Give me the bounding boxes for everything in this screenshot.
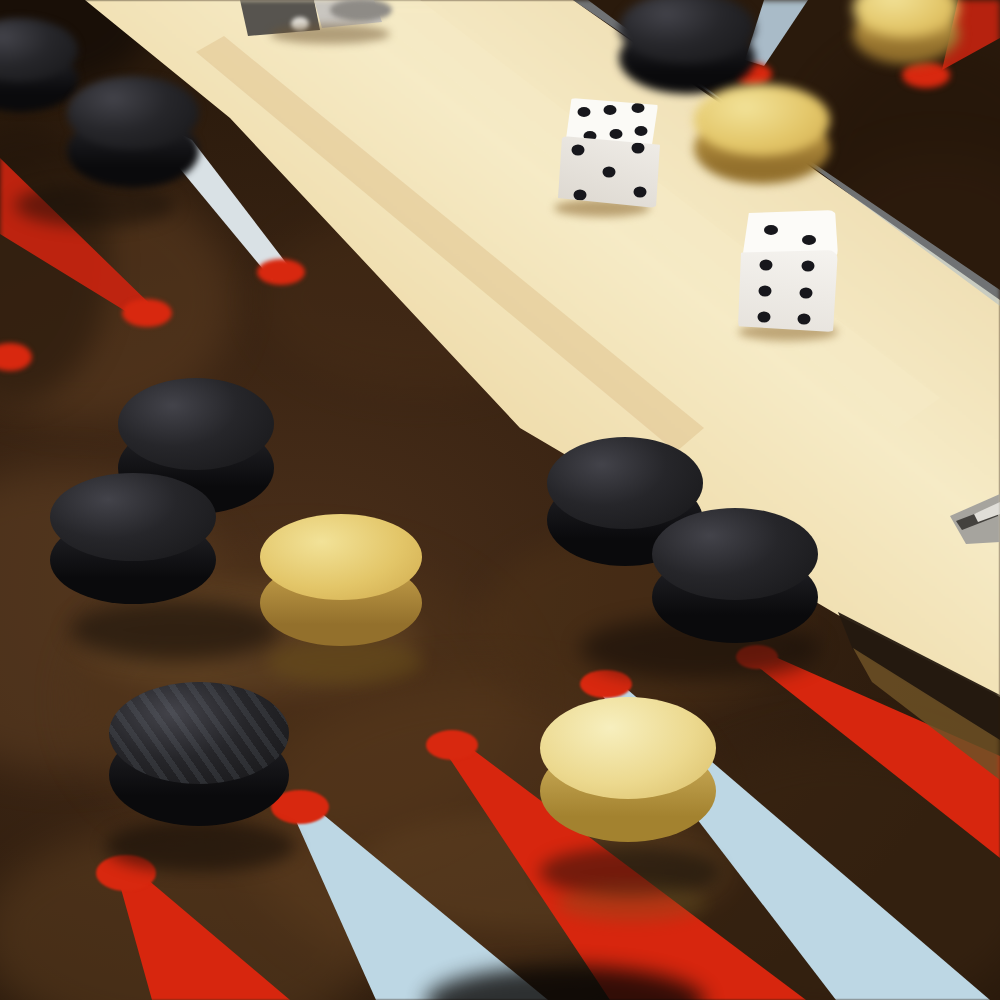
die-pip: [633, 187, 646, 198]
die-pip: [800, 287, 813, 298]
checker-top: [694, 84, 830, 156]
reflection: [267, 640, 423, 684]
checker-top: [118, 378, 274, 470]
die-pip: [759, 286, 772, 297]
point-tip-dot: [580, 670, 632, 698]
yellow-checker[interactable]: [540, 697, 716, 842]
die-pip: [631, 142, 644, 153]
die-pip: [631, 103, 644, 113]
die-pip: [764, 225, 778, 235]
black-checker[interactable]: [50, 473, 216, 604]
die-1-front-face[interactable]: [558, 136, 660, 208]
die-2-front-face[interactable]: [738, 250, 838, 332]
checker-top: [652, 508, 818, 600]
point-tip-dot: [257, 259, 305, 285]
die-pip: [578, 107, 591, 117]
reflection: [557, 885, 707, 921]
reflection: [105, 820, 295, 872]
reflection: [70, 600, 280, 660]
checker-top: [540, 697, 716, 799]
point-tip-dot: [902, 62, 950, 88]
backgammon-board-photo: [0, 0, 1000, 1000]
black-checker[interactable]: [109, 682, 289, 826]
die-pip: [758, 312, 771, 323]
checker-top: [67, 76, 199, 150]
yellow-checker[interactable]: [260, 514, 422, 646]
point-tip-dot: [426, 730, 478, 760]
checker-top: [50, 473, 216, 561]
black-checker[interactable]: [619, 0, 755, 94]
die-pip: [609, 129, 622, 139]
checker-top: [260, 514, 422, 600]
die-pip: [802, 235, 816, 245]
die-pip: [572, 145, 585, 156]
die-pip: [604, 105, 617, 115]
hinge-barrel: [270, 24, 390, 44]
reflection: [15, 183, 175, 227]
die-pip: [635, 126, 648, 136]
black-checker[interactable]: [652, 508, 818, 643]
die-pip: [574, 190, 587, 201]
black-checker[interactable]: [67, 76, 199, 188]
yellow-checker[interactable]: [694, 84, 830, 184]
point-tip-dot: [122, 299, 172, 327]
checker-top: [109, 682, 289, 784]
die-pip: [798, 313, 811, 324]
yellow-checker[interactable]: [853, 0, 959, 64]
die-pip: [760, 259, 773, 270]
die-pip: [603, 167, 616, 178]
hinge-barrel: [330, 0, 392, 21]
die-pip: [802, 261, 815, 272]
